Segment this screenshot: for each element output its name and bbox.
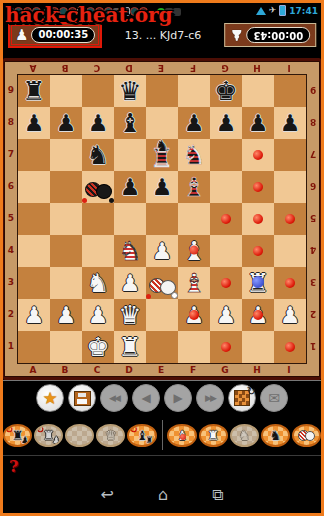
square-c8[interactable]: ♟: [82, 107, 114, 139]
square-d6[interactable]: ♟: [114, 171, 146, 203]
square-g8[interactable]: ♟: [210, 107, 242, 139]
square-b5[interactable]: [50, 203, 82, 235]
square-i4[interactable]: [274, 235, 306, 267]
file-label: B: [49, 62, 81, 74]
square-g2[interactable]: ♟: [210, 299, 242, 331]
square-c5[interactable]: [82, 203, 114, 235]
square-h1[interactable]: [242, 331, 274, 363]
piece-black-pawn[interactable]: ♟: [114, 171, 146, 203]
home-button[interactable]: ⌂: [158, 487, 168, 503]
piece-black-rook[interactable]: ♜: [18, 75, 50, 107]
piece-black-kj-double-ball-piece[interactable]: [82, 171, 114, 203]
square-i7[interactable]: [274, 139, 306, 171]
square-a1[interactable]: [18, 331, 50, 363]
file-label: G: [209, 364, 241, 376]
swap-piece-button[interactable]: ↻♝♜: [127, 424, 156, 447]
file-label: C: [81, 62, 113, 74]
save-floppy-icon: [74, 391, 91, 406]
rotate-arrow-icon: ↻: [247, 385, 256, 398]
file-label: H: [241, 364, 273, 376]
piece-white-pawn[interactable]: ♟: [114, 267, 146, 299]
square-h7[interactable]: [242, 139, 274, 171]
back-button[interactable]: ↩: [101, 487, 114, 503]
square-d4[interactable]: ♞: [114, 235, 146, 267]
square-b7[interactable]: [50, 139, 82, 171]
square-c9[interactable]: [82, 75, 114, 107]
square-d5[interactable]: [114, 203, 146, 235]
piece-white-knight[interactable]: ♞: [82, 267, 114, 299]
square-c1[interactable]: ♚: [82, 331, 114, 363]
rank-label: 1: [307, 330, 319, 362]
rank-label: 7: [307, 138, 319, 170]
square-i3[interactable]: [274, 267, 306, 299]
rank-label: 3: [307, 266, 319, 298]
rank-label: 9: [5, 74, 17, 106]
battery-icon: [279, 5, 286, 16]
square-a2[interactable]: ♟: [18, 299, 50, 331]
rank-label: 8: [5, 106, 17, 138]
square-b4[interactable]: [50, 235, 82, 267]
rank-label: 5: [5, 202, 17, 234]
rank-label: 2: [307, 298, 319, 330]
piece-white-pawn[interactable]: ♟: [18, 299, 50, 331]
piece-white-pawn[interactable]: ♟: [146, 235, 178, 267]
rank-label: 9: [307, 74, 319, 106]
white-striped-rook-button[interactable]: ♜: [199, 424, 228, 447]
piece-black-knight[interactable]: ♞: [82, 139, 114, 171]
square-b2[interactable]: ♟: [50, 299, 82, 331]
square-e2[interactable]: [146, 299, 178, 331]
ghost-piece-icon: ♞: [238, 429, 250, 442]
piece-black-pawn[interactable]: ♟: [18, 107, 50, 139]
square-h5[interactable]: [242, 203, 274, 235]
small-piece-icon: ♜: [145, 436, 153, 445]
favorite-button[interactable]: ★: [36, 384, 64, 412]
square-a8[interactable]: ♟: [18, 107, 50, 139]
mail-icon: ✉: [268, 391, 280, 405]
file-label: D: [113, 62, 145, 74]
piece-white-bishop-with-red-ball[interactable]: ♝: [178, 235, 210, 267]
piece-icon: ♞: [270, 429, 282, 442]
piece-tray: ↻♜♟↻♜♟♛↻♝♜♝♜♞♞: [3, 415, 321, 456]
square-g9[interactable]: ♚: [210, 75, 242, 107]
square-f3[interactable]: ♝: [178, 267, 210, 299]
app-screen: hack-cheat.org ✈ 17:41 ♟ 00:00:35 13. ..…: [0, 0, 324, 516]
file-label: I: [273, 62, 305, 74]
square-f7[interactable]: ♞: [178, 139, 210, 171]
file-labels-bottom: ABCDEFGHI: [5, 364, 319, 376]
square-d3[interactable]: ♟: [114, 267, 146, 299]
piece-black-pawn[interactable]: ♟: [146, 171, 178, 203]
black-striped-knight-button[interactable]: ♞: [261, 424, 290, 447]
status-time: 17:41: [289, 6, 318, 16]
file-label: F: [177, 364, 209, 376]
square-h9[interactable]: [242, 75, 274, 107]
black-clock-pawn-icon: ♟: [230, 28, 243, 43]
save-button[interactable]: [68, 384, 96, 412]
piece-white-pawn[interactable]: ♟: [82, 299, 114, 331]
piece-icon: ♜: [207, 429, 219, 442]
square-d7[interactable]: [114, 139, 146, 171]
rank-label: 7: [5, 138, 17, 170]
rank-label: 3: [5, 266, 17, 298]
square-g5[interactable]: [210, 203, 242, 235]
square-b9[interactable]: [50, 75, 82, 107]
rank-labels-right: 987654321: [307, 74, 319, 364]
square-c4[interactable]: [82, 235, 114, 267]
file-label: E: [145, 364, 177, 376]
square-i5[interactable]: [274, 203, 306, 235]
square-e8[interactable]: [146, 107, 178, 139]
piece-black-pawn[interactable]: ♟: [50, 107, 82, 139]
tray-divider: [162, 420, 163, 450]
square-f1[interactable]: [178, 331, 210, 363]
step-forward-icon: ▶: [173, 392, 182, 404]
file-label: H: [241, 62, 273, 74]
recents-button[interactable]: ⧉: [212, 487, 223, 503]
rank-label: 1: [5, 330, 17, 362]
red-dot-marker: [285, 278, 295, 288]
red-dot-marker: [253, 246, 263, 256]
red-dot-marker: [221, 278, 231, 288]
chess-board: ♜♛♚♟♟♟♝♟♟♟♟♞♜♞♞♟♟♝♞♟♝♞♟♝♜♟♟♟♛♟♟♟♟♚♜: [17, 74, 307, 364]
star-icon: ★: [42, 390, 57, 407]
square-i6[interactable]: [274, 171, 306, 203]
square-d8[interactable]: ♝: [114, 107, 146, 139]
square-e7[interactable]: ♜♞: [146, 139, 178, 171]
piece-black-chancellor-rook-knight[interactable]: ♜♞: [146, 139, 178, 171]
red-dot-marker: [253, 214, 263, 224]
square-e3[interactable]: [146, 267, 178, 299]
square-i9[interactable]: [274, 75, 306, 107]
fast-forward-button[interactable]: ▶▶: [196, 384, 224, 412]
square-i8[interactable]: ♟: [274, 107, 306, 139]
square-d1[interactable]: ♜: [114, 331, 146, 363]
email-game-button[interactable]: ✉: [260, 384, 288, 412]
rank-label: 4: [307, 234, 319, 266]
red-dot-marker: [253, 310, 263, 320]
square-a6[interactable]: [18, 171, 50, 203]
white-ghost-knight-button[interactable]: ♞: [230, 424, 259, 447]
piece-black-pawn[interactable]: ♟: [274, 107, 306, 139]
piece-white-queen[interactable]: ♛: [114, 299, 146, 331]
piece-white-rook[interactable]: ♜: [114, 331, 146, 363]
file-label: E: [145, 62, 177, 74]
piece-black-pawn[interactable]: ♟: [210, 107, 242, 139]
red-dot-marker: [221, 342, 231, 352]
last-move-text: 13. ... KJd7-c6: [125, 29, 201, 42]
board-pattern-ghost-button[interactable]: ♛: [96, 424, 125, 447]
file-label: B: [49, 364, 81, 376]
square-e4[interactable]: ♟: [146, 235, 178, 267]
square-f9[interactable]: [178, 75, 210, 107]
square-c6[interactable]: [82, 171, 114, 203]
step-forward-button[interactable]: ▶: [164, 384, 192, 412]
square-f8[interactable]: ♟: [178, 107, 210, 139]
square-f2[interactable]: ♟: [178, 299, 210, 331]
white-pawn-icon: ♟: [15, 28, 28, 43]
square-g6[interactable]: [210, 171, 242, 203]
square-b1[interactable]: [50, 331, 82, 363]
square-e5[interactable]: [146, 203, 178, 235]
board-pattern-button[interactable]: [65, 424, 94, 447]
square-d9[interactable]: ♛: [114, 75, 146, 107]
square-a3[interactable]: [18, 267, 50, 299]
square-a4[interactable]: [18, 235, 50, 267]
square-i1[interactable]: [274, 331, 306, 363]
ghost-piece-icon: ♛: [105, 429, 117, 442]
piece-white-pawn[interactable]: ♟: [274, 299, 306, 331]
piece-white-striped-bishop[interactable]: ♝: [178, 267, 210, 299]
square-b6[interactable]: [50, 171, 82, 203]
notification-icon: [173, 8, 181, 16]
piece-white-kj-double-ball-piece[interactable]: [146, 267, 178, 299]
square-e9[interactable]: [146, 75, 178, 107]
piece-black-striped-bishop[interactable]: ♝: [178, 171, 210, 203]
square-g3[interactable]: [210, 267, 242, 299]
rewind-button[interactable]: ◀◀: [100, 384, 128, 412]
rank-label: 2: [5, 298, 17, 330]
piece-black-pawn[interactable]: ♟: [82, 107, 114, 139]
black-clock-time: 00:00:43: [246, 27, 310, 43]
step-back-button[interactable]: ◀: [132, 384, 160, 412]
square-b3[interactable]: [50, 267, 82, 299]
white-clock-time: 00:00:35: [31, 27, 95, 43]
file-labels-top: ABCDEFGHI: [5, 62, 319, 74]
piece-white-pawn[interactable]: ♟: [210, 299, 242, 331]
step-back-icon: ◀: [141, 392, 150, 404]
game-toolbar: ★◀◀◀▶▶▶↻✉: [3, 380, 321, 415]
white-ball-bishop-button[interactable]: ♝: [167, 424, 196, 447]
file-label: A: [17, 364, 49, 376]
file-label: A: [17, 62, 49, 74]
fast-forward-icon: ▶▶: [205, 394, 215, 403]
square-g7[interactable]: [210, 139, 242, 171]
android-nav-bar: ↩ ⌂ ⧉: [3, 476, 321, 513]
help-button[interactable]: ?: [9, 457, 18, 476]
small-piece-icon: ♟: [52, 436, 60, 445]
rank-label: 5: [307, 202, 319, 234]
square-b8[interactable]: ♟: [50, 107, 82, 139]
red-dot-marker: [253, 182, 263, 192]
red-dot-marker: [253, 150, 263, 160]
square-c2[interactable]: ♟: [82, 299, 114, 331]
square-a5[interactable]: [18, 203, 50, 235]
square-g4[interactable]: [210, 235, 242, 267]
square-c3[interactable]: ♞: [82, 267, 114, 299]
square-h6[interactable]: [242, 171, 274, 203]
square-f4[interactable]: ♝: [178, 235, 210, 267]
rewind-icon: ◀◀: [109, 394, 119, 403]
square-i2[interactable]: ♟: [274, 299, 306, 331]
board-frame: ABCDEFGHI 987654321 ♜♛♚♟♟♟♝♟♟♟♟♞♜♞♞♟♟♝♞♟…: [3, 58, 321, 380]
file-label: F: [177, 62, 209, 74]
black-clock[interactable]: ♟ 00:00:43: [224, 23, 316, 47]
kj-piece-icon: [298, 430, 314, 441]
wifi-icon: [256, 7, 266, 15]
piece-white-king[interactable]: ♚: [82, 331, 114, 363]
square-g1[interactable]: [210, 331, 242, 363]
airplane-mode-icon: ✈: [269, 6, 277, 15]
edit-black-pieces-button[interactable]: ↻♜♟: [3, 424, 32, 447]
piece-black-pawn[interactable]: ♟: [242, 107, 274, 139]
rank-labels-left: 987654321: [5, 74, 17, 364]
piece-black-striped-knight[interactable]: ♞: [178, 139, 210, 171]
file-label: C: [81, 364, 113, 376]
square-h2[interactable]: ♟: [242, 299, 274, 331]
square-h4[interactable]: [242, 235, 274, 267]
red-dot-marker: [221, 214, 231, 224]
help-row: ?: [3, 456, 321, 476]
file-label: I: [273, 364, 305, 376]
square-e6[interactable]: ♟: [146, 171, 178, 203]
file-label: D: [113, 364, 145, 376]
square-a9[interactable]: ♜: [18, 75, 50, 107]
piece-black-queen[interactable]: ♛: [114, 75, 146, 107]
red-dot-marker: [285, 342, 295, 352]
square-f6[interactable]: ♝: [178, 171, 210, 203]
piece-black-bishop[interactable]: ♝: [114, 107, 146, 139]
square-c7[interactable]: ♞: [82, 139, 114, 171]
small-piece-icon: ♟: [21, 436, 29, 445]
square-e1[interactable]: [146, 331, 178, 363]
piece-white-rook-with-blue-ball[interactable]: ♜: [242, 267, 274, 299]
square-h3[interactable]: ♜: [242, 267, 274, 299]
rank-label: 6: [307, 170, 319, 202]
piece-white-pawn[interactable]: ♟: [50, 299, 82, 331]
red-dot-marker: [189, 310, 199, 320]
flip-board-button[interactable]: ↻: [228, 384, 256, 412]
file-label: G: [209, 62, 241, 74]
square-a7[interactable]: [18, 139, 50, 171]
square-h8[interactable]: ♟: [242, 107, 274, 139]
rank-label: 8: [307, 106, 319, 138]
edit-white-pieces-button[interactable]: ↻♜♟: [34, 424, 63, 447]
rank-label: 4: [5, 234, 17, 266]
red-dot-marker: [285, 214, 295, 224]
rank-label: 6: [5, 170, 17, 202]
piece-black-pawn[interactable]: ♟: [178, 107, 210, 139]
piece-white-striped-knight[interactable]: ♞: [114, 235, 146, 267]
piece-black-king[interactable]: ♚: [210, 75, 242, 107]
watermark-text: hack-cheat.org: [5, 3, 173, 27]
square-f5[interactable]: [178, 203, 210, 235]
square-d2[interactable]: ♛: [114, 299, 146, 331]
white-kj-piece-button[interactable]: [292, 424, 321, 447]
